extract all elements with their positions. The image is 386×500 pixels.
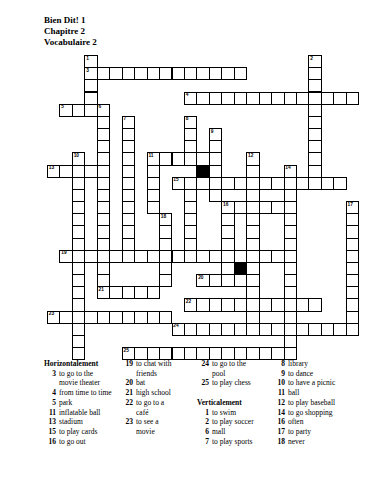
grid-cell-r21c8[interactable] <box>147 311 160 324</box>
cell-number-12: 12 <box>248 153 253 159</box>
clue-number-label: 22 <box>121 398 136 417</box>
grid-cell-r20c11[interactable]: 22 <box>184 298 197 311</box>
clue-list-header: Verticalement <box>197 398 285 408</box>
grid-cell-r3c12[interactable] <box>196 92 209 105</box>
grid-cell-r9c4[interactable] <box>97 165 110 178</box>
grid-cell-r19c8[interactable] <box>147 286 160 299</box>
grid-cell-r3c15[interactable] <box>234 92 247 105</box>
grid-cell-r10c14[interactable] <box>221 177 234 190</box>
grid-cell-r21c3[interactable] <box>84 311 97 324</box>
clue-text: library <box>288 359 308 369</box>
grid-cell-r14c6[interactable] <box>122 225 135 238</box>
grid-cell-r7c6[interactable] <box>122 140 135 153</box>
grid-cell-r14c16[interactable] <box>246 225 259 238</box>
cell-number-10: 10 <box>74 153 79 159</box>
grid-cell-r9c16[interactable] <box>246 165 259 178</box>
grid-cell-r20c17[interactable] <box>259 298 272 311</box>
grid-cell-r10c19[interactable] <box>284 177 297 190</box>
grid-cell-r22c13[interactable] <box>209 323 222 336</box>
grid-cell-r20c2[interactable] <box>72 298 85 311</box>
clue-text: to party <box>288 427 311 437</box>
grid-cell-r6c13[interactable]: 9 <box>209 128 222 141</box>
grid-cell-r3c20[interactable] <box>296 92 309 105</box>
grid-cell-r16c5[interactable] <box>109 250 122 263</box>
clue-item-13: 13stadium <box>44 417 124 427</box>
clue-text: often <box>288 417 303 427</box>
grid-cell-r21c0[interactable]: 23 <box>47 311 60 324</box>
clue-number-label: 4 <box>44 388 59 398</box>
cell-number-1: 1 <box>86 56 89 62</box>
grid-cell-r3c11[interactable]: 4 <box>184 92 197 105</box>
grid-cell-r1c6[interactable] <box>122 67 135 80</box>
grid-cell-r1c3[interactable]: 3 <box>84 67 97 80</box>
clue-number-label: 2 <box>197 417 212 427</box>
clue-item-4: 4from time to time <box>44 388 124 398</box>
grid-cell-r4c4[interactable]: 6 <box>97 104 110 117</box>
grid-cell-r1c15[interactable] <box>234 67 247 80</box>
clue-text: to go to a café <box>136 398 164 417</box>
grid-cell-r16c1[interactable]: 19 <box>59 250 72 263</box>
clue-item-1: 1to swim <box>197 408 285 418</box>
grid-cell-r19c4[interactable]: 21 <box>97 286 110 299</box>
clue-number-label: 13 <box>44 417 59 427</box>
cell-number-25: 25 <box>123 348 128 354</box>
grid-cell-r11c13[interactable] <box>209 189 222 202</box>
clue-text: mall <box>212 427 225 437</box>
grid-cell-r20c20[interactable] <box>296 298 309 311</box>
clue-item-24: 24to go to the pool <box>197 359 285 378</box>
grid-cell-r12c17[interactable] <box>259 201 272 214</box>
grid-cell-r3c22[interactable] <box>321 92 334 105</box>
grid-cell-r15c24[interactable] <box>346 238 359 251</box>
grid-cell-r14c14[interactable] <box>221 225 234 238</box>
clue-number-label: 18 <box>273 437 288 447</box>
grid-cell-r5c6[interactable]: 7 <box>122 116 135 129</box>
grid-cell-r3c16[interactable] <box>246 92 259 105</box>
grid-cell-r13c4[interactable] <box>97 213 110 226</box>
grid-cell-r16c17[interactable] <box>259 250 272 263</box>
grid-cell-r21c5[interactable] <box>109 311 122 324</box>
grid-cell-r9c13[interactable] <box>209 165 222 178</box>
grid-cell-r3c24[interactable] <box>346 92 359 105</box>
clue-text: from time to time <box>59 388 112 398</box>
grid-cell-r19c19[interactable] <box>284 286 297 299</box>
grid-cell-r1c4[interactable] <box>97 67 110 80</box>
grid-cell-r4c3[interactable] <box>84 104 97 117</box>
grid-cell-r15c16[interactable] <box>246 238 259 251</box>
grid-cell-r21c1[interactable] <box>59 311 72 324</box>
grid-cell-r10c10[interactable]: 15 <box>172 177 185 190</box>
grid-cell-r22c11[interactable] <box>184 323 197 336</box>
grid-cell-r3c13[interactable] <box>209 92 222 105</box>
grid-cell-r22c24[interactable] <box>346 323 359 336</box>
grid-cell-r20c16[interactable] <box>246 298 259 311</box>
grid-cell-r16c11[interactable] <box>184 250 197 263</box>
cell-number-2: 2 <box>310 56 313 62</box>
grid-cell-r10c18[interactable] <box>271 177 284 190</box>
grid-cell-r16c7[interactable] <box>134 250 147 263</box>
clue-text: never <box>288 437 305 447</box>
grid-cell-r15c14[interactable] <box>221 238 234 251</box>
grid-cell-r1c21[interactable] <box>308 67 321 80</box>
grid-cell-r1c5[interactable] <box>109 67 122 80</box>
grid-cell-r7c11[interactable] <box>184 140 197 153</box>
clue-item-18: 18never <box>273 437 381 447</box>
grid-cell-r1c10[interactable] <box>172 67 185 80</box>
grid-cell-r1c7[interactable] <box>134 67 147 80</box>
grid-cell-r13c19[interactable] <box>284 213 297 226</box>
grid-cell-r17c2[interactable] <box>72 262 85 275</box>
grid-cell-r3c17[interactable] <box>259 92 272 105</box>
clue-text: to see a movie <box>136 417 159 436</box>
grid-cell-r6c4[interactable] <box>97 128 110 141</box>
cell-number-19: 19 <box>61 250 66 256</box>
grid-cell-r13c11[interactable] <box>184 213 197 226</box>
grid-cell-r10c23[interactable] <box>333 177 346 190</box>
grid-cell-r15c19[interactable] <box>284 238 297 251</box>
grid-cell-r10c11[interactable] <box>184 177 197 190</box>
clue-item-17: 17to party <box>273 427 381 437</box>
clue-item-7: 7to play sports <box>197 437 285 447</box>
grid-cell-r3c18[interactable] <box>271 92 284 105</box>
grid-cell-r13c6[interactable] <box>122 213 135 226</box>
clue-number-label: 1 <box>197 408 212 418</box>
grid-cell-r10c21[interactable] <box>308 177 321 190</box>
grid-cell-r20c14[interactable] <box>221 298 234 311</box>
grid-cell-r12c19[interactable] <box>284 201 297 214</box>
grid-cell-r18c14[interactable] <box>221 274 234 287</box>
clue-item-25: 25to play chess <box>197 378 285 388</box>
grid-cell-r9c6[interactable] <box>122 165 135 178</box>
clue-column-1: Horizontalement3to go to the movie theat… <box>44 359 124 446</box>
grid-cell-r17c9[interactable] <box>159 262 172 275</box>
clue-text: to go out <box>59 437 86 447</box>
cell-number-17: 17 <box>348 202 353 208</box>
grid-cell-r22c10[interactable]: 24 <box>172 323 185 336</box>
grid-cell-r20c12[interactable] <box>196 298 209 311</box>
clue-text: to have a picnic <box>288 378 335 388</box>
clue-text: park <box>59 398 72 408</box>
grid-cell-r8c10[interactable] <box>172 152 185 165</box>
cell-number-15: 15 <box>173 177 178 183</box>
grid-cell-r17c24[interactable] <box>346 262 359 275</box>
grid-cell-r10c8[interactable] <box>147 177 160 190</box>
grid-cell-r20c24[interactable] <box>346 298 359 311</box>
grid-cell-r18c9[interactable] <box>159 274 172 287</box>
clue-item-8: 8library <box>273 359 381 369</box>
clue-text: to play sports <box>212 437 252 447</box>
grid-cell-r21c19[interactable] <box>284 311 297 324</box>
grid-cell-r1c13[interactable] <box>209 67 222 80</box>
grid-cell-r10c12[interactable] <box>196 177 209 190</box>
grid-cell-r10c13[interactable] <box>209 177 222 190</box>
grid-cell-r14c11[interactable] <box>184 225 197 238</box>
clue-number-label: 9 <box>273 369 288 379</box>
clue-item-10: 10to have a picnic <box>273 378 381 388</box>
grid-cell-r17c4[interactable] <box>97 262 110 275</box>
grid-cell-r23c2[interactable] <box>72 335 85 348</box>
grid-cell-r16c6[interactable] <box>122 250 135 263</box>
cell-number-23: 23 <box>49 311 54 317</box>
grid-cell-r6c21[interactable] <box>308 128 321 141</box>
grid-cell-r10c17[interactable] <box>259 177 272 190</box>
clue-text: to go to the pool <box>212 359 246 378</box>
grid-cell-r22c12[interactable] <box>196 323 209 336</box>
grid-cell-r3c14[interactable] <box>221 92 234 105</box>
grid-cell-r19c2[interactable] <box>72 286 85 299</box>
grid-cell-r16c3[interactable] <box>84 250 97 263</box>
grid-cell-r16c18[interactable] <box>271 250 284 263</box>
grid-cell-r10c15[interactable] <box>234 177 247 190</box>
grid-cell-r10c4[interactable] <box>97 177 110 190</box>
grid-cell-r13c9[interactable]: 18 <box>159 213 172 226</box>
title-line-3: Vocabulaire 2 <box>44 37 97 48</box>
grid-cell-r14c2[interactable] <box>72 225 85 238</box>
grid-cell-r12c24[interactable]: 17 <box>346 201 359 214</box>
clue-text: to swim <box>212 408 236 418</box>
grid-cell-r19c24[interactable] <box>346 286 359 299</box>
grid-cell-r11c6[interactable] <box>122 189 135 202</box>
grid-cell-r5c4[interactable] <box>97 116 110 129</box>
grid-cell-r22c22[interactable] <box>321 323 334 336</box>
grid-cell-r21c24[interactable] <box>346 311 359 324</box>
grid-cell-r6c6[interactable] <box>122 128 135 141</box>
grid-cell-r1c14[interactable] <box>221 67 234 80</box>
clue-number-label: 24 <box>197 359 212 378</box>
grid-cell-r12c15[interactable] <box>234 201 247 214</box>
clue-text: to play soccer <box>212 417 254 427</box>
grid-cell-r20c15[interactable] <box>234 298 247 311</box>
grid-cell-r12c18[interactable] <box>271 201 284 214</box>
cell-number-6: 6 <box>99 104 102 110</box>
grid-cell-r3c21[interactable] <box>308 92 321 105</box>
clue-number-label: 8 <box>273 359 288 369</box>
grid-cell-r10c6[interactable] <box>122 177 135 190</box>
grid-cell-r18c15[interactable] <box>234 274 247 287</box>
grid-cell-r2c3[interactable] <box>84 79 97 92</box>
grid-cell-r20c21[interactable] <box>308 298 321 311</box>
grid-cell-r15c6[interactable] <box>122 238 135 251</box>
clue-text: inflatable ball <box>59 408 100 418</box>
cell-number-21: 21 <box>99 287 104 293</box>
grid-cell-r17c16[interactable] <box>246 262 259 275</box>
grid-cell-r4c21[interactable] <box>308 104 321 117</box>
grid-cell-r22c16[interactable] <box>246 323 259 336</box>
grid-cell-r21c4[interactable] <box>97 311 110 324</box>
clue-item-2: 2to play soccer <box>197 417 285 427</box>
grid-cell-r5c21[interactable] <box>308 116 321 129</box>
grid-cell-r15c4[interactable] <box>97 238 110 251</box>
clue-number-label: 7 <box>197 437 212 447</box>
grid-cell-r7c13[interactable] <box>209 140 222 153</box>
clue-item-16: 16often <box>273 417 381 427</box>
grid-cell-r23c19[interactable] <box>284 335 297 348</box>
grid-cell-r16c8[interactable] <box>147 250 160 263</box>
clue-number-label: 16 <box>273 417 288 427</box>
clue-number-label: 10 <box>273 378 288 388</box>
grid-cell-r13c16[interactable] <box>246 213 259 226</box>
grid-cell-r7c4[interactable] <box>97 140 110 153</box>
grid-cell-r3c19[interactable] <box>284 92 297 105</box>
grid-cell-r9c19[interactable]: 14 <box>284 165 297 178</box>
black-cell-r9c12 <box>196 165 209 178</box>
grid-cell-r10c20[interactable] <box>296 177 309 190</box>
clue-text: high school <box>136 388 171 398</box>
grid-cell-r18c12[interactable]: 20 <box>196 274 209 287</box>
grid-cell-r20c19[interactable] <box>284 298 297 311</box>
grid-cell-r1c11[interactable] <box>184 67 197 80</box>
cell-number-22: 22 <box>186 299 191 305</box>
grid-cell-r14c24[interactable] <box>346 225 359 238</box>
grid-cell-r22c15[interactable] <box>234 323 247 336</box>
clue-item-19: 19to chat with friends <box>121 359 199 378</box>
grid-cell-r13c14[interactable] <box>221 213 234 226</box>
grid-cell-r8c11[interactable] <box>184 152 197 165</box>
grid-cell-r5c11[interactable]: 8 <box>184 116 197 129</box>
grid-cell-r11c11[interactable] <box>184 189 197 202</box>
grid-cell-r19c7[interactable] <box>134 286 147 299</box>
cell-number-24: 24 <box>173 323 178 329</box>
grid-cell-r1c9[interactable] <box>159 67 172 80</box>
grid-cell-r12c14[interactable]: 16 <box>221 201 234 214</box>
clue-number-label: 6 <box>197 427 212 437</box>
grid-cell-r18c2[interactable] <box>72 274 85 287</box>
grid-cell-r21c7[interactable] <box>134 311 147 324</box>
grid-cell-r22c23[interactable] <box>333 323 346 336</box>
grid-cell-r10c2[interactable] <box>72 177 85 190</box>
grid-cell-r21c2[interactable] <box>72 311 85 324</box>
clue-item-11: 11inflatable ball <box>44 408 124 418</box>
grid-cell-r22c14[interactable] <box>221 323 234 336</box>
grid-cell-r15c9[interactable] <box>159 238 172 251</box>
cell-number-14: 14 <box>285 165 290 171</box>
grid-cell-r13c2[interactable] <box>72 213 85 226</box>
clue-item-5: 5park <box>44 398 124 408</box>
grid-cell-r12c11[interactable] <box>184 201 197 214</box>
clue-item-6: 6mall <box>197 427 285 437</box>
grid-cell-r9c2[interactable] <box>72 165 85 178</box>
grid-cell-r9c3[interactable] <box>84 165 97 178</box>
grid-cell-r14c19[interactable] <box>284 225 297 238</box>
clue-item-22: 22to go to a café <box>121 398 199 417</box>
clue-item-9: 9to dance <box>273 369 381 379</box>
clue-list-header: Horizontalement <box>44 359 124 369</box>
grid-cell-r8c9[interactable] <box>159 152 172 165</box>
grid-cell-r18c19[interactable] <box>284 274 297 287</box>
grid-cell-r22c18[interactable] <box>271 323 284 336</box>
grid-cell-r19c6[interactable] <box>122 286 135 299</box>
clue-item-21: 21high school <box>121 388 199 398</box>
grid-cell-r12c6[interactable] <box>122 201 135 214</box>
grid-cell-r14c9[interactable] <box>159 225 172 238</box>
grid-cell-r18c24[interactable] <box>346 274 359 287</box>
clue-item-16: 16to go out <box>44 437 124 447</box>
clue-number-label: 21 <box>121 388 136 398</box>
grid-cell-r9c8[interactable] <box>147 165 160 178</box>
grid-cell-r15c2[interactable] <box>72 238 85 251</box>
grid-cell-r17c14[interactable] <box>221 262 234 275</box>
grid-cell-r10c16[interactable] <box>246 177 259 190</box>
grid-cell-r17c19[interactable] <box>284 262 297 275</box>
cell-number-16: 16 <box>223 202 228 208</box>
grid-cell-r22c17[interactable] <box>259 323 272 336</box>
grid-cell-r22c2[interactable] <box>72 323 85 336</box>
grid-cell-r7c21[interactable] <box>308 140 321 153</box>
cell-number-13: 13 <box>49 165 54 171</box>
clue-text: to play chess <box>212 378 251 388</box>
clue-item-14: 14to go shopping <box>273 408 381 418</box>
grid-cell-r13c24[interactable] <box>346 213 359 226</box>
grid-cell-r11c16[interactable] <box>246 189 259 202</box>
grid-cell-r9c0[interactable]: 13 <box>47 165 60 178</box>
grid-cell-r22c21[interactable] <box>308 323 321 336</box>
grid-cell-r22c19[interactable] <box>284 323 297 336</box>
clue-number-label: 16 <box>44 437 59 447</box>
grid-cell-r11c2[interactable] <box>72 189 85 202</box>
grid-cell-r1c12[interactable] <box>196 67 209 80</box>
clue-item-20: 20bat <box>121 378 199 388</box>
grid-cell-r21c16[interactable] <box>246 311 259 324</box>
grid-cell-r12c2[interactable] <box>72 201 85 214</box>
worksheet-title: Bien Dit! 1 Chapitre 2 Vocabulaire 2 <box>44 15 97 47</box>
clue-number-label: 14 <box>273 408 288 418</box>
worksheet-page: Bien Dit! 1 Chapitre 2 Vocabulaire 2 123… <box>0 0 386 500</box>
grid-cell-r9c1[interactable] <box>59 165 72 178</box>
cell-number-8: 8 <box>186 116 189 122</box>
grid-cell-r16c13[interactable] <box>209 250 222 263</box>
grid-cell-r20c18[interactable] <box>271 298 284 311</box>
grid-cell-r21c9[interactable] <box>159 311 172 324</box>
grid-cell-r4c2[interactable] <box>72 104 85 117</box>
grid-cell-r18c4[interactable] <box>97 274 110 287</box>
grid-cell-r3c3[interactable] <box>84 92 97 105</box>
clue-item-15: 15to play cards <box>44 427 124 437</box>
grid-cell-r11c4[interactable] <box>97 189 110 202</box>
grid-cell-r21c6[interactable] <box>122 311 135 324</box>
grid-cell-r18c13[interactable] <box>209 274 222 287</box>
clue-number-label: 11 <box>273 388 288 398</box>
title-line-1: Bien Dit! 1 <box>44 15 97 26</box>
cell-number-4: 4 <box>186 92 189 98</box>
grid-cell-r12c16[interactable] <box>246 201 259 214</box>
grid-cell-r18c16[interactable] <box>246 274 259 287</box>
clue-text: to chat with friends <box>136 359 171 378</box>
grid-cell-r19c5[interactable] <box>109 286 122 299</box>
grid-cell-r12c8[interactable] <box>147 201 160 214</box>
grid-cell-r14c4[interactable] <box>97 225 110 238</box>
cell-number-18: 18 <box>161 214 166 220</box>
grid-cell-r6c11[interactable] <box>184 128 197 141</box>
grid-cell-r20c13[interactable] <box>209 298 222 311</box>
grid-cell-r4c1[interactable]: 5 <box>59 104 72 117</box>
grid-cell-r16c12[interactable] <box>196 250 209 263</box>
grid-cell-r22c20[interactable] <box>296 323 309 336</box>
grid-cell-r11c19[interactable] <box>284 189 297 202</box>
grid-cell-r9c21[interactable] <box>308 165 321 178</box>
grid-cell-r15c11[interactable] <box>184 238 197 251</box>
grid-cell-r12c4[interactable] <box>97 201 110 214</box>
grid-cell-r16c10[interactable] <box>172 250 185 263</box>
grid-cell-r19c16[interactable] <box>246 286 259 299</box>
grid-cell-r10c22[interactable] <box>321 177 334 190</box>
clue-number-label: 11 <box>44 408 59 418</box>
clue-column-4: 8library9to dance10to have a picnic11bal… <box>273 359 381 446</box>
grid-cell-r2c21[interactable] <box>308 79 321 92</box>
clue-number-label: 15 <box>44 427 59 437</box>
grid-cell-r1c8[interactable] <box>147 67 160 80</box>
grid-cell-r3c23[interactable] <box>333 92 346 105</box>
grid-cell-r11c8[interactable] <box>147 189 160 202</box>
